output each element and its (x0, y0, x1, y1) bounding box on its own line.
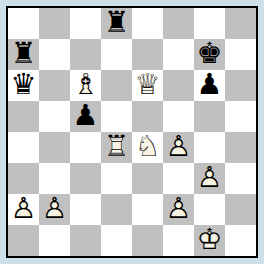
square-a6[interactable]: ♛ (8, 70, 39, 101)
square-d1[interactable] (101, 225, 132, 256)
square-h2[interactable] (225, 194, 256, 225)
square-g6[interactable]: ♟ (194, 70, 225, 101)
square-e7[interactable] (132, 39, 163, 70)
square-d2[interactable] (101, 194, 132, 225)
piece-white-pawn: ♟♙ (8, 194, 39, 225)
square-d4[interactable]: ♜♖ (101, 132, 132, 163)
square-h4[interactable] (225, 132, 256, 163)
square-c3[interactable] (70, 163, 101, 194)
square-a1[interactable] (8, 225, 39, 256)
piece-white-pawn: ♟♙ (163, 194, 194, 225)
square-c8[interactable] (70, 8, 101, 39)
square-g5[interactable] (194, 101, 225, 132)
piece-white-rook: ♜♖ (101, 132, 132, 163)
square-f7[interactable] (163, 39, 194, 70)
piece-black-pawn: ♟ (70, 101, 101, 132)
square-b6[interactable] (39, 70, 70, 101)
square-a5[interactable] (8, 101, 39, 132)
piece-white-pawn: ♟♙ (194, 163, 225, 194)
square-b1[interactable] (39, 225, 70, 256)
piece-white-knight: ♞♘ (132, 132, 163, 163)
square-d3[interactable] (101, 163, 132, 194)
square-f4[interactable]: ♟♙ (163, 132, 194, 163)
piece-black-rook: ♜ (8, 39, 39, 70)
square-b3[interactable] (39, 163, 70, 194)
square-e2[interactable] (132, 194, 163, 225)
piece-black-king: ♚ (194, 39, 225, 70)
square-g7[interactable]: ♚ (194, 39, 225, 70)
square-b2[interactable]: ♟♙ (39, 194, 70, 225)
square-f2[interactable]: ♟♙ (163, 194, 194, 225)
square-c4[interactable] (70, 132, 101, 163)
diagram-frame: ♜♜♚♛♝♗♛♕♟♟♜♖♞♘♟♙♟♙♟♙♟♙♟♙♚♔ (0, 0, 264, 264)
square-f5[interactable] (163, 101, 194, 132)
square-b5[interactable] (39, 101, 70, 132)
square-c2[interactable] (70, 194, 101, 225)
square-b4[interactable] (39, 132, 70, 163)
square-h3[interactable] (225, 163, 256, 194)
square-c1[interactable] (70, 225, 101, 256)
square-h7[interactable] (225, 39, 256, 70)
square-h5[interactable] (225, 101, 256, 132)
piece-white-queen: ♛♕ (132, 70, 163, 101)
piece-black-pawn: ♟ (194, 70, 225, 101)
square-e8[interactable] (132, 8, 163, 39)
square-d6[interactable] (101, 70, 132, 101)
square-a8[interactable] (8, 8, 39, 39)
piece-black-queen: ♛ (8, 70, 39, 101)
square-a3[interactable] (8, 163, 39, 194)
square-g3[interactable]: ♟♙ (194, 163, 225, 194)
square-a7[interactable]: ♜ (8, 39, 39, 70)
square-a2[interactable]: ♟♙ (8, 194, 39, 225)
square-f8[interactable] (163, 8, 194, 39)
square-b8[interactable] (39, 8, 70, 39)
square-c6[interactable]: ♝♗ (70, 70, 101, 101)
square-d8[interactable]: ♜ (101, 8, 132, 39)
piece-black-rook: ♜ (101, 8, 132, 39)
square-e5[interactable] (132, 101, 163, 132)
square-g4[interactable] (194, 132, 225, 163)
square-e3[interactable] (132, 163, 163, 194)
square-g2[interactable] (194, 194, 225, 225)
square-c7[interactable] (70, 39, 101, 70)
square-h6[interactable] (225, 70, 256, 101)
piece-white-pawn: ♟♙ (163, 132, 194, 163)
square-b7[interactable] (39, 39, 70, 70)
chess-board: ♜♜♚♛♝♗♛♕♟♟♜♖♞♘♟♙♟♙♟♙♟♙♟♙♚♔ (6, 6, 258, 258)
square-e1[interactable] (132, 225, 163, 256)
piece-white-bishop: ♝♗ (70, 70, 101, 101)
piece-white-king: ♚♔ (194, 225, 225, 256)
square-f6[interactable] (163, 70, 194, 101)
square-f1[interactable] (163, 225, 194, 256)
square-c5[interactable]: ♟ (70, 101, 101, 132)
square-f3[interactable] (163, 163, 194, 194)
square-h1[interactable] (225, 225, 256, 256)
square-h8[interactable] (225, 8, 256, 39)
piece-white-pawn: ♟♙ (39, 194, 70, 225)
square-e6[interactable]: ♛♕ (132, 70, 163, 101)
square-e4[interactable]: ♞♘ (132, 132, 163, 163)
square-d5[interactable] (101, 101, 132, 132)
square-d7[interactable] (101, 39, 132, 70)
square-g1[interactable]: ♚♔ (194, 225, 225, 256)
square-g8[interactable] (194, 8, 225, 39)
square-a4[interactable] (8, 132, 39, 163)
